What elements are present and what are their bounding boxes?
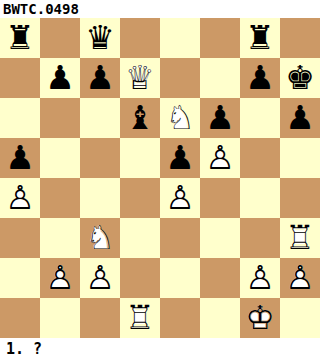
chess-board: ♜♛♜♟♟♛♕♟♚♝♞♘♟♟♟♟♟♙♟♙♟♙♞♘♜♖♟♙♟♙♟♙♟♙♜♖♚♔ — [0, 18, 320, 338]
square-c7[interactable]: ♟ — [80, 58, 120, 98]
square-c6[interactable] — [80, 98, 120, 138]
square-c8[interactable]: ♛ — [80, 18, 120, 58]
square-f6[interactable]: ♟ — [200, 98, 240, 138]
square-e5[interactable]: ♟ — [160, 138, 200, 178]
square-d8[interactable] — [120, 18, 160, 58]
square-h5[interactable] — [280, 138, 320, 178]
square-b6[interactable] — [40, 98, 80, 138]
piece-outline: ♖ — [120, 298, 160, 338]
square-e3[interactable] — [160, 218, 200, 258]
square-a4[interactable]: ♟♙ — [0, 178, 40, 218]
square-h6[interactable]: ♟ — [280, 98, 320, 138]
piece-black-pawn: ♟ — [0, 138, 40, 178]
square-f3[interactable] — [200, 218, 240, 258]
square-a2[interactable] — [0, 258, 40, 298]
piece-black-queen: ♛ — [80, 18, 120, 58]
square-a7[interactable] — [0, 58, 40, 98]
piece-white-king: ♚♔ — [240, 298, 280, 338]
piece-white-pawn: ♟♙ — [240, 258, 280, 298]
square-h8[interactable] — [280, 18, 320, 58]
square-g5[interactable] — [240, 138, 280, 178]
square-f1[interactable] — [200, 298, 240, 338]
square-d3[interactable] — [120, 218, 160, 258]
square-a3[interactable] — [0, 218, 40, 258]
square-a5[interactable]: ♟ — [0, 138, 40, 178]
square-f5[interactable]: ♟♙ — [200, 138, 240, 178]
square-g2[interactable]: ♟♙ — [240, 258, 280, 298]
square-d2[interactable] — [120, 258, 160, 298]
square-f4[interactable] — [200, 178, 240, 218]
piece-white-knight: ♞♘ — [160, 98, 200, 138]
piece-black-pawn: ♟ — [200, 98, 240, 138]
piece-white-pawn: ♟♙ — [40, 258, 80, 298]
square-g3[interactable] — [240, 218, 280, 258]
piece-white-rook: ♜♖ — [120, 298, 160, 338]
piece-white-rook: ♜♖ — [280, 218, 320, 258]
title-bar: BWTC.0498 — [0, 0, 320, 18]
puzzle-id: BWTC.0498 — [3, 1, 79, 17]
piece-outline: ♙ — [40, 258, 80, 298]
square-b7[interactable]: ♟ — [40, 58, 80, 98]
square-d5[interactable] — [120, 138, 160, 178]
chess-puzzle-app: BWTC.0498 ♜♛♜♟♟♛♕♟♚♝♞♘♟♟♟♟♟♙♟♙♟♙♞♘♜♖♟♙♟♙… — [0, 0, 320, 360]
piece-white-knight: ♞♘ — [80, 218, 120, 258]
square-c5[interactable] — [80, 138, 120, 178]
square-h1[interactable] — [280, 298, 320, 338]
square-a1[interactable] — [0, 298, 40, 338]
square-e2[interactable] — [160, 258, 200, 298]
piece-outline: ♙ — [0, 178, 40, 218]
square-g7[interactable]: ♟ — [240, 58, 280, 98]
square-f7[interactable] — [200, 58, 240, 98]
square-e1[interactable] — [160, 298, 200, 338]
square-d4[interactable] — [120, 178, 160, 218]
square-f2[interactable] — [200, 258, 240, 298]
square-a8[interactable]: ♜ — [0, 18, 40, 58]
piece-white-pawn: ♟♙ — [280, 258, 320, 298]
piece-black-bishop: ♝ — [120, 98, 160, 138]
square-e8[interactable] — [160, 18, 200, 58]
square-f8[interactable] — [200, 18, 240, 58]
square-e7[interactable] — [160, 58, 200, 98]
piece-black-pawn: ♟ — [40, 58, 80, 98]
square-b2[interactable]: ♟♙ — [40, 258, 80, 298]
square-b4[interactable] — [40, 178, 80, 218]
piece-black-pawn: ♟ — [240, 58, 280, 98]
status-bar: 1. ? — [0, 338, 320, 360]
piece-white-pawn: ♟♙ — [0, 178, 40, 218]
piece-outline: ♙ — [80, 258, 120, 298]
square-c4[interactable] — [80, 178, 120, 218]
piece-white-queen: ♛♕ — [120, 58, 160, 98]
piece-white-pawn: ♟♙ — [160, 178, 200, 218]
square-h3[interactable]: ♜♖ — [280, 218, 320, 258]
piece-outline: ♕ — [120, 58, 160, 98]
piece-black-pawn: ♟ — [160, 138, 200, 178]
piece-black-pawn: ♟ — [80, 58, 120, 98]
piece-black-rook: ♜ — [0, 18, 40, 58]
square-b3[interactable] — [40, 218, 80, 258]
square-g4[interactable] — [240, 178, 280, 218]
square-d1[interactable]: ♜♖ — [120, 298, 160, 338]
square-c2[interactable]: ♟♙ — [80, 258, 120, 298]
square-c3[interactable]: ♞♘ — [80, 218, 120, 258]
square-h7[interactable]: ♚ — [280, 58, 320, 98]
piece-white-pawn: ♟♙ — [200, 138, 240, 178]
square-d7[interactable]: ♛♕ — [120, 58, 160, 98]
piece-outline: ♖ — [280, 218, 320, 258]
piece-black-pawn: ♟ — [280, 98, 320, 138]
square-e4[interactable]: ♟♙ — [160, 178, 200, 218]
square-b5[interactable] — [40, 138, 80, 178]
square-a6[interactable] — [0, 98, 40, 138]
move-prompt: 1. ? — [6, 340, 42, 358]
square-d6[interactable]: ♝ — [120, 98, 160, 138]
piece-outline: ♙ — [240, 258, 280, 298]
square-e6[interactable]: ♞♘ — [160, 98, 200, 138]
square-c1[interactable] — [80, 298, 120, 338]
piece-outline: ♘ — [160, 98, 200, 138]
square-h2[interactable]: ♟♙ — [280, 258, 320, 298]
piece-outline: ♘ — [80, 218, 120, 258]
piece-outline: ♙ — [200, 138, 240, 178]
square-b8[interactable] — [40, 18, 80, 58]
square-g6[interactable] — [240, 98, 280, 138]
square-g8[interactable]: ♜ — [240, 18, 280, 58]
piece-black-king: ♚ — [280, 58, 320, 98]
piece-outline: ♙ — [160, 178, 200, 218]
piece-black-rook: ♜ — [240, 18, 280, 58]
piece-outline: ♙ — [280, 258, 320, 298]
square-h4[interactable] — [280, 178, 320, 218]
piece-white-pawn: ♟♙ — [80, 258, 120, 298]
square-b1[interactable] — [40, 298, 80, 338]
piece-outline: ♔ — [240, 298, 280, 338]
square-g1[interactable]: ♚♔ — [240, 298, 280, 338]
